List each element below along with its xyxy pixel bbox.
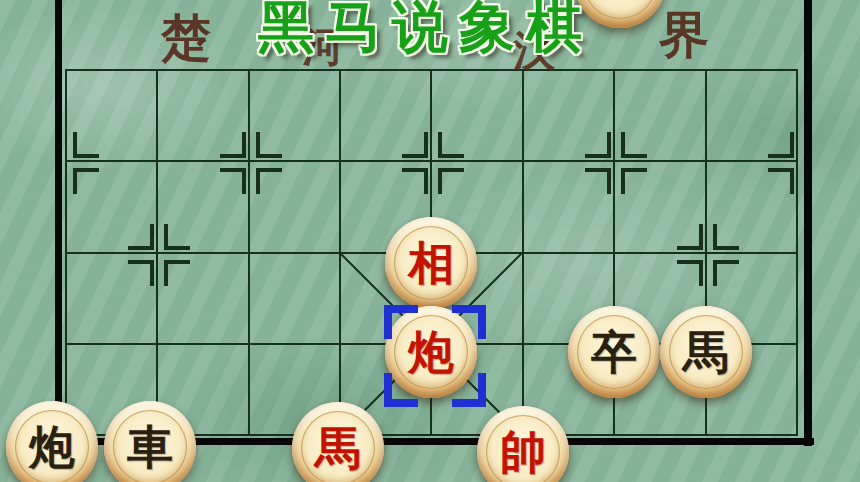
piece-相-e7[interactable]: 相 — [385, 217, 477, 309]
point-marker — [713, 260, 739, 286]
point-marker — [164, 260, 190, 286]
point-marker — [73, 168, 99, 194]
point-marker — [585, 132, 611, 158]
piece-face: 馬 — [669, 315, 743, 389]
point-marker — [402, 168, 428, 194]
piece-炮-a9[interactable]: 炮 — [6, 401, 98, 482]
piece-face: 車 — [113, 410, 187, 482]
point-marker — [164, 224, 190, 250]
point-marker — [220, 168, 246, 194]
file-line — [248, 69, 250, 436]
point-marker — [438, 168, 464, 194]
piece-馬-d9[interactable]: 馬 — [292, 402, 384, 482]
piece-face: 馬 — [301, 411, 375, 482]
piece-glyph: 帥 — [500, 429, 546, 475]
piece-glyph: 卒 — [591, 329, 637, 375]
point-marker — [585, 168, 611, 194]
piece-glyph: 車 — [127, 424, 173, 470]
selection-bracket — [384, 373, 418, 407]
file-line — [156, 69, 158, 436]
point-marker — [73, 132, 99, 158]
point-marker — [621, 132, 647, 158]
piece-glyph: 馬 — [315, 425, 361, 471]
piece-face — [583, 0, 657, 19]
point-marker — [768, 168, 794, 194]
piece-glyph: 馬 — [683, 329, 729, 375]
file-line — [796, 69, 798, 436]
point-marker — [256, 132, 282, 158]
point-marker — [402, 132, 428, 158]
point-marker — [677, 260, 703, 286]
piece-帥-f9[interactable]: 帥 — [477, 406, 569, 482]
point-marker — [220, 132, 246, 158]
piece-face: 炮 — [15, 410, 89, 482]
piece-glyph: 相 — [408, 240, 454, 286]
piece-車-b9[interactable]: 車 — [104, 401, 196, 482]
point-marker — [768, 132, 794, 158]
piece-face: 相 — [394, 226, 468, 300]
selection-bracket — [384, 305, 418, 339]
piece-face: 帥 — [486, 415, 560, 482]
point-marker — [128, 260, 154, 286]
river-label: 界 — [659, 2, 709, 69]
piece-glyph: 炮 — [29, 424, 75, 470]
xiangqi-board-surface[interactable]: 楚河汉界 相炮卒馬炮車馬帥 黑马说象棋 — [0, 0, 860, 482]
piece-face: 卒 — [577, 315, 651, 389]
point-marker — [621, 168, 647, 194]
piece-卒-g8[interactable]: 卒 — [568, 306, 660, 398]
selection-bracket — [452, 373, 486, 407]
selection-bracket — [452, 305, 486, 339]
point-marker — [713, 224, 739, 250]
file-line — [65, 69, 67, 436]
point-marker — [128, 224, 154, 250]
page-title: 黑马说象棋 — [258, 0, 593, 56]
piece-馬-h8[interactable]: 馬 — [660, 306, 752, 398]
board-outer-border — [55, 0, 62, 446]
board-outer-border — [804, 0, 812, 446]
point-marker — [256, 168, 282, 194]
point-marker — [438, 132, 464, 158]
point-marker — [677, 224, 703, 250]
river-label: 楚 — [161, 5, 211, 72]
